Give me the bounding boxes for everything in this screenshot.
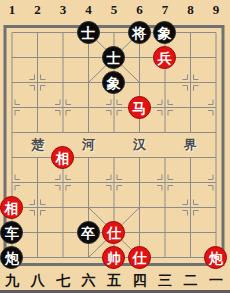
file-label-bottom-4: 六 xyxy=(82,272,96,290)
xiangqi-board-window: 123456789 楚河汉界 士将象士兵象马相相车卒仕炮帅仕炮 九八七六五四三二… xyxy=(0,0,230,293)
piece-red-general[interactable]: 帅 xyxy=(102,246,125,269)
piece-black-soldier[interactable]: 卒 xyxy=(77,221,100,244)
file-label-top-5: 5 xyxy=(111,2,118,18)
piece-red-cannon[interactable]: 炮 xyxy=(204,246,227,269)
file-label-top-7: 7 xyxy=(162,2,169,18)
file-label-top-2: 2 xyxy=(34,2,41,18)
piece-black-cannon[interactable]: 炮 xyxy=(0,246,23,269)
piece-black-advisor[interactable]: 士 xyxy=(102,46,125,69)
file-label-bottom-8: 二 xyxy=(184,272,198,290)
file-label-top-9: 9 xyxy=(213,2,220,18)
piece-red-elephant[interactable]: 相 xyxy=(51,146,74,169)
piece-red-elephant[interactable]: 相 xyxy=(0,196,23,219)
file-label-bottom-1: 九 xyxy=(5,272,19,290)
file-label-top-6: 6 xyxy=(136,2,143,18)
file-label-top-8: 8 xyxy=(187,2,194,18)
piece-red-horse[interactable]: 马 xyxy=(128,96,151,119)
file-label-top-3: 3 xyxy=(60,2,67,18)
piece-black-general[interactable]: 将 xyxy=(128,21,151,44)
file-label-bottom-2: 八 xyxy=(31,272,45,290)
piece-red-soldier[interactable]: 兵 xyxy=(153,46,176,69)
file-label-bottom-3: 七 xyxy=(56,272,70,290)
file-label-bottom-6: 四 xyxy=(133,272,147,290)
file-label-bottom-7: 三 xyxy=(158,272,172,290)
piece-black-advisor[interactable]: 士 xyxy=(77,21,100,44)
file-label-bottom-9: 一 xyxy=(209,272,223,290)
piece-black-elephant[interactable]: 象 xyxy=(102,71,125,94)
piece-black-chariot[interactable]: 车 xyxy=(0,221,23,244)
piece-red-advisor[interactable]: 仕 xyxy=(128,246,151,269)
file-label-bottom-5: 五 xyxy=(107,272,121,290)
file-label-top-1: 1 xyxy=(9,2,16,18)
piece-red-advisor[interactable]: 仕 xyxy=(102,221,125,244)
file-label-top-4: 4 xyxy=(85,2,92,18)
piece-black-elephant[interactable]: 象 xyxy=(153,21,176,44)
board[interactable]: 士将象士兵象马相相车卒仕炮帅仕炮 xyxy=(0,20,229,270)
